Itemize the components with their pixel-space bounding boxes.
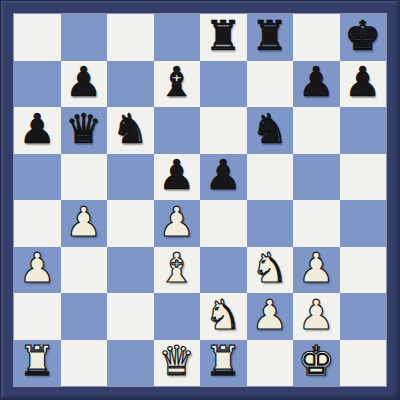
square-f4[interactable] [247,200,294,247]
square-b5[interactable] [61,154,108,201]
square-b8[interactable] [61,14,108,61]
square-e5[interactable]: ♟ [200,154,247,201]
square-g6[interactable] [293,107,340,154]
square-f1[interactable] [247,340,294,387]
square-h4[interactable] [340,200,387,247]
square-b4[interactable]: ♟ [61,200,108,247]
square-a5[interactable] [14,154,61,201]
square-d7[interactable]: ♝ [154,61,201,108]
piece-black-pawn[interactable]: ♟ [205,155,242,196]
square-e2[interactable]: ♞ [200,293,247,340]
square-d8[interactable] [154,14,201,61]
square-e7[interactable] [200,61,247,108]
square-f8[interactable]: ♜ [247,14,294,61]
square-f7[interactable] [247,61,294,108]
piece-white-pawn[interactable]: ♟ [65,202,102,243]
piece-white-pawn[interactable]: ♟ [251,295,288,336]
piece-white-pawn[interactable]: ♟ [298,248,335,289]
square-h1[interactable] [340,340,387,387]
piece-black-knight[interactable]: ♞ [251,109,288,150]
piece-white-knight[interactable]: ♞ [205,295,242,336]
square-b2[interactable] [61,293,108,340]
piece-black-pawn[interactable]: ♟ [158,155,195,196]
square-a8[interactable] [14,14,61,61]
square-a7[interactable] [14,61,61,108]
square-a4[interactable] [14,200,61,247]
square-g4[interactable] [293,200,340,247]
square-c2[interactable] [107,293,154,340]
piece-black-bishop[interactable]: ♝ [158,62,195,103]
square-g2[interactable]: ♟ [293,293,340,340]
square-g8[interactable] [293,14,340,61]
square-f6[interactable]: ♞ [247,107,294,154]
square-c8[interactable] [107,14,154,61]
square-g5[interactable] [293,154,340,201]
square-e8[interactable]: ♜ [200,14,247,61]
square-h5[interactable] [340,154,387,201]
piece-black-rook[interactable]: ♜ [205,16,242,57]
piece-white-knight[interactable]: ♞ [251,248,288,289]
square-b1[interactable] [61,340,108,387]
square-h3[interactable] [340,247,387,294]
piece-black-pawn[interactable]: ♟ [298,62,335,103]
square-e1[interactable]: ♜ [200,340,247,387]
piece-black-queen[interactable]: ♛ [65,109,102,150]
piece-white-queen[interactable]: ♛ [158,341,195,382]
square-g7[interactable]: ♟ [293,61,340,108]
square-c4[interactable] [107,200,154,247]
piece-white-rook[interactable]: ♜ [19,341,56,382]
piece-white-pawn[interactable]: ♟ [298,295,335,336]
square-g1[interactable]: ♚ [293,340,340,387]
square-e6[interactable] [200,107,247,154]
piece-black-pawn[interactable]: ♟ [344,62,381,103]
square-c3[interactable] [107,247,154,294]
square-b6[interactable]: ♛ [61,107,108,154]
square-a6[interactable]: ♟ [14,107,61,154]
piece-black-king[interactable]: ♚ [344,16,381,57]
square-c5[interactable] [107,154,154,201]
piece-black-rook[interactable]: ♜ [251,16,288,57]
piece-white-king[interactable]: ♚ [298,341,335,382]
piece-white-pawn[interactable]: ♟ [158,202,195,243]
chess-board: ♜♜♚♟♝♟♟♟♛♞♞♟♟♟♟♟♝♞♟♞♟♟♜♛♜♚ [14,14,386,386]
square-e4[interactable] [200,200,247,247]
square-d2[interactable] [154,293,201,340]
square-d5[interactable]: ♟ [154,154,201,201]
square-d4[interactable]: ♟ [154,200,201,247]
square-a3[interactable]: ♟ [14,247,61,294]
square-b3[interactable] [61,247,108,294]
square-a2[interactable] [14,293,61,340]
piece-white-rook[interactable]: ♜ [205,341,242,382]
square-c7[interactable] [107,61,154,108]
square-c6[interactable]: ♞ [107,107,154,154]
square-h7[interactable]: ♟ [340,61,387,108]
square-g3[interactable]: ♟ [293,247,340,294]
piece-black-pawn[interactable]: ♟ [65,62,102,103]
square-f3[interactable]: ♞ [247,247,294,294]
square-d1[interactable]: ♛ [154,340,201,387]
chess-board-frame: ♜♜♚♟♝♟♟♟♛♞♞♟♟♟♟♟♝♞♟♞♟♟♜♛♜♚ [0,0,400,400]
square-a1[interactable]: ♜ [14,340,61,387]
square-h2[interactable] [340,293,387,340]
square-b7[interactable]: ♟ [61,61,108,108]
piece-black-pawn[interactable]: ♟ [19,109,56,150]
square-d6[interactable] [154,107,201,154]
square-e3[interactable] [200,247,247,294]
square-h8[interactable]: ♚ [340,14,387,61]
square-f2[interactable]: ♟ [247,293,294,340]
square-c1[interactable] [107,340,154,387]
square-f5[interactable] [247,154,294,201]
piece-white-bishop[interactable]: ♝ [158,248,195,289]
piece-white-pawn[interactable]: ♟ [19,248,56,289]
square-h6[interactable] [340,107,387,154]
square-d3[interactable]: ♝ [154,247,201,294]
piece-black-knight[interactable]: ♞ [112,109,149,150]
